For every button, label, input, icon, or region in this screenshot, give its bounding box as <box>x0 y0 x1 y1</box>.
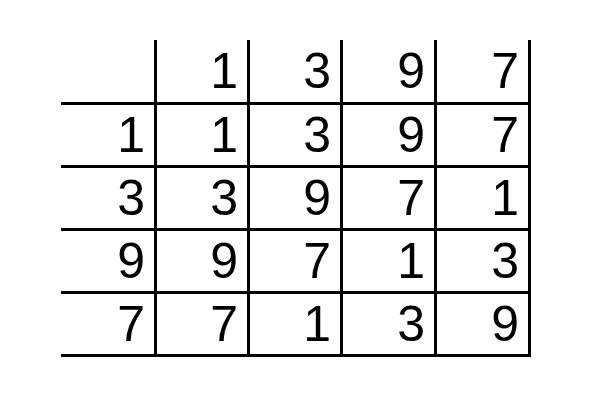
product-cell-r2c3: 7 <box>343 168 437 231</box>
product-cell-r1c2: 3 <box>250 105 343 168</box>
product-cell-r4c2: 1 <box>250 294 343 357</box>
product-cell-r1c4: 7 <box>437 105 531 168</box>
product-cell-r1c1: 1 <box>157 105 250 168</box>
product-cell-r1c3: 9 <box>343 105 437 168</box>
row-header-cell-2: 3 <box>61 168 157 231</box>
row-header-cell-4: 7 <box>61 294 157 357</box>
row-header-cell-1: 1 <box>61 105 157 168</box>
product-cell-r3c4: 3 <box>437 231 531 294</box>
product-cell-r2c1: 3 <box>157 168 250 231</box>
product-cell-r4c1: 7 <box>157 294 250 357</box>
product-cell-r2c2: 9 <box>250 168 343 231</box>
col-header-cell-1: 1 <box>157 40 250 105</box>
row-header-cell-3: 9 <box>61 231 157 294</box>
multiplication-table: 139711397339719971377139 <box>61 40 531 357</box>
col-header-cell-2: 3 <box>250 40 343 105</box>
corner-cell <box>61 40 157 105</box>
col-header-cell-3: 9 <box>343 40 437 105</box>
product-cell-r3c1: 9 <box>157 231 250 294</box>
product-cell-r3c2: 7 <box>250 231 343 294</box>
product-cell-r2c4: 1 <box>437 168 531 231</box>
product-cell-r4c3: 3 <box>343 294 437 357</box>
col-header-cell-4: 7 <box>437 40 531 105</box>
product-cell-r3c3: 1 <box>343 231 437 294</box>
product-cell-r4c4: 9 <box>437 294 531 357</box>
